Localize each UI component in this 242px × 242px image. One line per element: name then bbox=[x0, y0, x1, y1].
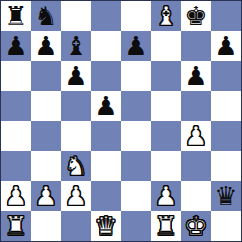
square-g3[interactable] bbox=[181, 151, 211, 181]
square-d8[interactable] bbox=[91, 1, 121, 31]
square-g8[interactable]: ♚ bbox=[181, 1, 211, 31]
white-pawn[interactable]: ♟ bbox=[34, 181, 57, 211]
square-a8[interactable]: ♜ bbox=[1, 1, 31, 31]
black-pawn[interactable]: ♟ bbox=[34, 31, 57, 61]
white-pawn[interactable]: ♟ bbox=[64, 181, 87, 211]
square-f5[interactable] bbox=[151, 91, 181, 121]
white-rook[interactable]: ♜ bbox=[4, 211, 27, 241]
square-d3[interactable] bbox=[91, 151, 121, 181]
black-queen[interactable]: ♛ bbox=[214, 181, 237, 211]
square-a2[interactable]: ♟ bbox=[1, 181, 31, 211]
square-b7[interactable]: ♟ bbox=[31, 31, 61, 61]
square-g5[interactable] bbox=[181, 91, 211, 121]
square-h2[interactable]: ♛ bbox=[211, 181, 241, 211]
square-f8[interactable]: ♝ bbox=[151, 1, 181, 31]
black-pawn[interactable]: ♟ bbox=[64, 61, 87, 91]
square-d6[interactable] bbox=[91, 61, 121, 91]
square-c3[interactable]: ♞ bbox=[61, 151, 91, 181]
black-knight[interactable]: ♞ bbox=[34, 1, 57, 31]
square-e2[interactable] bbox=[121, 181, 151, 211]
square-c5[interactable] bbox=[61, 91, 91, 121]
black-king[interactable]: ♚ bbox=[184, 1, 207, 31]
square-d4[interactable] bbox=[91, 121, 121, 151]
square-e6[interactable] bbox=[121, 61, 151, 91]
square-d1[interactable]: ♛ bbox=[91, 211, 121, 241]
square-c7[interactable]: ♝ bbox=[61, 31, 91, 61]
square-f4[interactable] bbox=[151, 121, 181, 151]
white-king[interactable]: ♚ bbox=[184, 211, 207, 241]
square-f1[interactable]: ♜ bbox=[151, 211, 181, 241]
white-pawn[interactable]: ♟ bbox=[4, 181, 27, 211]
square-e4[interactable] bbox=[121, 121, 151, 151]
square-a3[interactable] bbox=[1, 151, 31, 181]
square-f2[interactable]: ♟ bbox=[151, 181, 181, 211]
black-rook[interactable]: ♜ bbox=[4, 1, 27, 31]
square-h8[interactable] bbox=[211, 1, 241, 31]
square-b2[interactable]: ♟ bbox=[31, 181, 61, 211]
square-a5[interactable] bbox=[1, 91, 31, 121]
square-f7[interactable] bbox=[151, 31, 181, 61]
square-b1[interactable] bbox=[31, 211, 61, 241]
square-e3[interactable] bbox=[121, 151, 151, 181]
square-a7[interactable]: ♟ bbox=[1, 31, 31, 61]
square-h1[interactable] bbox=[211, 211, 241, 241]
white-pawn[interactable]: ♟ bbox=[184, 121, 207, 151]
square-g7[interactable] bbox=[181, 31, 211, 61]
square-c6[interactable]: ♟ bbox=[61, 61, 91, 91]
square-b5[interactable] bbox=[31, 91, 61, 121]
square-f3[interactable] bbox=[151, 151, 181, 181]
square-e8[interactable] bbox=[121, 1, 151, 31]
square-b3[interactable] bbox=[31, 151, 61, 181]
white-rook[interactable]: ♜ bbox=[154, 211, 177, 241]
black-pawn[interactable]: ♟ bbox=[4, 31, 27, 61]
black-bishop[interactable]: ♝ bbox=[64, 31, 87, 61]
square-c2[interactable]: ♟ bbox=[61, 181, 91, 211]
square-h7[interactable]: ♟ bbox=[211, 31, 241, 61]
chess-board: ♜♞♝♚♟♟♝♟♟♟♟♟♟♞♟♟♟♟♛♜♛♜♚ bbox=[0, 0, 242, 242]
square-a1[interactable]: ♜ bbox=[1, 211, 31, 241]
square-h4[interactable] bbox=[211, 121, 241, 151]
white-queen[interactable]: ♛ bbox=[94, 211, 117, 241]
square-e5[interactable] bbox=[121, 91, 151, 121]
square-e1[interactable] bbox=[121, 211, 151, 241]
square-b4[interactable] bbox=[31, 121, 61, 151]
square-a4[interactable] bbox=[1, 121, 31, 151]
square-d2[interactable] bbox=[91, 181, 121, 211]
square-b8[interactable]: ♞ bbox=[31, 1, 61, 31]
black-pawn[interactable]: ♟ bbox=[214, 31, 237, 61]
square-b6[interactable] bbox=[31, 61, 61, 91]
square-c1[interactable] bbox=[61, 211, 91, 241]
square-c8[interactable] bbox=[61, 1, 91, 31]
black-pawn[interactable]: ♟ bbox=[184, 61, 207, 91]
black-pawn[interactable]: ♟ bbox=[94, 91, 117, 121]
square-c4[interactable] bbox=[61, 121, 91, 151]
white-pawn[interactable]: ♟ bbox=[154, 181, 177, 211]
square-h3[interactable] bbox=[211, 151, 241, 181]
square-g4[interactable]: ♟ bbox=[181, 121, 211, 151]
square-e7[interactable]: ♟ bbox=[121, 31, 151, 61]
square-g6[interactable]: ♟ bbox=[181, 61, 211, 91]
square-g1[interactable]: ♚ bbox=[181, 211, 211, 241]
white-knight[interactable]: ♞ bbox=[64, 151, 87, 181]
square-d5[interactable]: ♟ bbox=[91, 91, 121, 121]
white-bishop[interactable]: ♝ bbox=[154, 1, 177, 31]
square-f6[interactable] bbox=[151, 61, 181, 91]
square-h6[interactable] bbox=[211, 61, 241, 91]
square-h5[interactable] bbox=[211, 91, 241, 121]
square-g2[interactable] bbox=[181, 181, 211, 211]
black-pawn[interactable]: ♟ bbox=[124, 31, 147, 61]
square-d7[interactable] bbox=[91, 31, 121, 61]
square-a6[interactable] bbox=[1, 61, 31, 91]
